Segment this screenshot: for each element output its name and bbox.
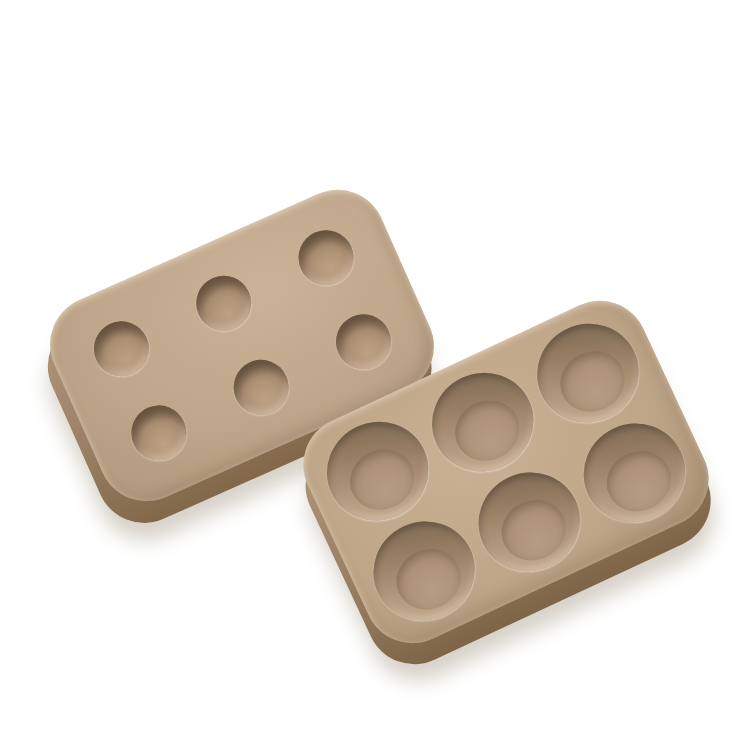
- cup-pit-bottom: [387, 539, 470, 619]
- hole-pit: [327, 306, 400, 379]
- hole-pit: [224, 351, 297, 424]
- cup-pit: [462, 456, 596, 588]
- hole-pit: [85, 313, 158, 386]
- cup-pit-bottom: [551, 342, 634, 422]
- cup-pit: [567, 407, 701, 539]
- cup-pit: [521, 307, 655, 439]
- hole-pit: [187, 267, 260, 340]
- cup-pit: [311, 405, 445, 537]
- cup-pit-bottom: [492, 490, 575, 570]
- cup-pit-bottom: [597, 441, 680, 521]
- cup-pit: [357, 505, 491, 637]
- hole-pit: [122, 397, 195, 470]
- cup-pit: [416, 356, 550, 488]
- cup-pit-bottom: [341, 440, 424, 520]
- hole-pit: [289, 222, 362, 295]
- cup-pit-bottom: [446, 391, 529, 471]
- photo-stage: [0, 0, 750, 750]
